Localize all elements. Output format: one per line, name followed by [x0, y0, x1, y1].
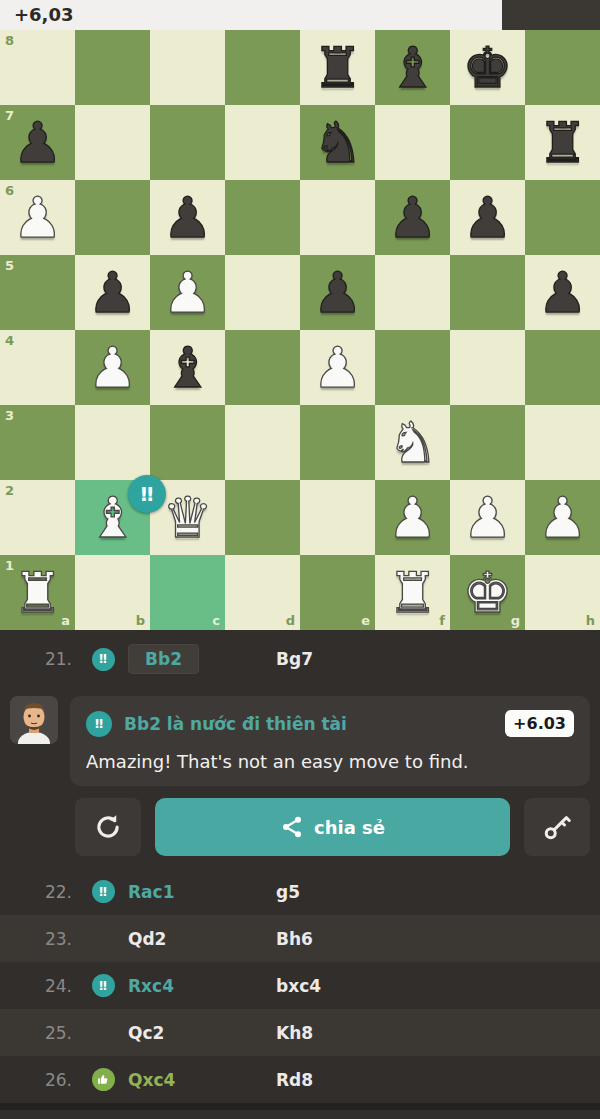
- selected-move-box[interactable]: Bb2: [128, 644, 199, 674]
- evaluation-bar: +6,03: [0, 0, 600, 30]
- chess-board[interactable]: 8♜♝♚7♟♞♜6♟♟♟♟5♟♟♟♟4♟♝♟3♞2♝‼♛♟♟♟1a♜bcdef♜…: [0, 30, 600, 630]
- move-list: 22.‼Rac1g523.Qd2Bh624.‼Rxc4bxc425.Qc2Kh8…: [0, 868, 600, 1103]
- square-a7[interactable]: 7♟: [0, 105, 75, 180]
- file-label-a: a: [61, 613, 70, 628]
- white-pawn-b4[interactable]: ♟: [75, 330, 150, 405]
- black-bishop-f8[interactable]: ♝: [375, 30, 450, 105]
- square-f8[interactable]: ♝: [375, 30, 450, 105]
- key-button[interactable]: [524, 798, 590, 856]
- white-move-Rxc4[interactable]: Rxc4: [128, 976, 276, 996]
- square-g3[interactable]: [450, 405, 525, 480]
- black-bishop-c4[interactable]: ♝: [150, 330, 225, 405]
- file-label-b: b: [136, 613, 145, 628]
- rank-label-2: 2: [5, 483, 14, 498]
- square-d4[interactable]: [225, 330, 300, 405]
- evaluation-badge: +6.03: [505, 710, 574, 737]
- black-move-Bg7[interactable]: Bg7: [276, 649, 313, 669]
- good-move-icon: [92, 1068, 115, 1091]
- square-h7[interactable]: ♜: [525, 105, 600, 180]
- square-c7[interactable]: [150, 105, 225, 180]
- square-f1[interactable]: f♜: [375, 555, 450, 630]
- square-a3[interactable]: 3: [0, 405, 75, 480]
- file-label-c: c: [212, 613, 220, 628]
- black-pawn-c6[interactable]: ♟: [150, 180, 225, 255]
- square-c3[interactable]: [150, 405, 225, 480]
- move-badge-slot: ‼: [80, 974, 126, 997]
- square-a6[interactable]: 6♟: [0, 180, 75, 255]
- black-pawn-b5[interactable]: ♟: [75, 255, 150, 330]
- file-label-h: h: [586, 613, 595, 628]
- black-move-Kh8[interactable]: Kh8: [276, 1023, 313, 1043]
- square-h3[interactable]: [525, 405, 600, 480]
- comment-title: Bb2 là nước đi thiên tài: [124, 714, 505, 734]
- square-b5[interactable]: ♟: [75, 255, 150, 330]
- square-h4[interactable]: [525, 330, 600, 405]
- coach-avatar: [10, 696, 58, 744]
- square-f2[interactable]: ♟: [375, 480, 450, 555]
- current-move-row: 21.‼Bb2Bg7: [0, 630, 600, 688]
- black-rook-e8[interactable]: ♜: [300, 30, 375, 105]
- move-row-23: 23.Qd2Bh6: [0, 915, 600, 962]
- square-h6[interactable]: [525, 180, 600, 255]
- rank-label-3: 3: [5, 408, 14, 423]
- black-pawn-f6[interactable]: ♟: [375, 180, 450, 255]
- rank-label-4: 4: [5, 333, 14, 348]
- file-label-d: d: [286, 613, 295, 628]
- white-move-Qd2[interactable]: Qd2: [128, 929, 276, 949]
- brilliant-icon: ‼: [92, 880, 115, 903]
- rank-label-5: 5: [5, 258, 14, 273]
- square-c1[interactable]: c: [150, 555, 225, 630]
- move-number: 24.: [0, 976, 72, 996]
- file-label-e: e: [361, 613, 370, 628]
- square-a1[interactable]: 1a♜: [0, 555, 75, 630]
- square-d6[interactable]: [225, 180, 300, 255]
- square-d5[interactable]: [225, 255, 300, 330]
- square-d8[interactable]: [225, 30, 300, 105]
- square-g7[interactable]: [450, 105, 525, 180]
- coach-avatar-image: [10, 696, 58, 744]
- rank-label-6: 6: [5, 183, 14, 198]
- brilliant-icon: ‼: [92, 648, 115, 671]
- retry-button[interactable]: [75, 798, 141, 856]
- square-c8[interactable]: [150, 30, 225, 105]
- square-b6[interactable]: [75, 180, 150, 255]
- white-move-Bb2[interactable]: Bb2: [128, 644, 276, 674]
- square-h5[interactable]: ♟: [525, 255, 600, 330]
- refresh-icon: [93, 812, 123, 842]
- square-g1[interactable]: g♚: [450, 555, 525, 630]
- square-h2[interactable]: ♟: [525, 480, 600, 555]
- move-badge-slot: ‼: [80, 880, 126, 903]
- share-icon: [280, 815, 304, 839]
- square-e1[interactable]: e: [300, 555, 375, 630]
- black-move-Rd8[interactable]: Rd8: [276, 1070, 313, 1090]
- key-icon: [542, 812, 572, 842]
- white-move-Qxc4[interactable]: Qxc4: [128, 1070, 276, 1090]
- file-label-f: f: [439, 613, 445, 628]
- square-f3[interactable]: ♞: [375, 405, 450, 480]
- move-number: 26.: [0, 1070, 72, 1090]
- square-f5[interactable]: [375, 255, 450, 330]
- square-d2[interactable]: [225, 480, 300, 555]
- black-pawn-g6[interactable]: ♟: [450, 180, 525, 255]
- square-e7[interactable]: ♞: [300, 105, 375, 180]
- white-pawn-g2[interactable]: ♟: [450, 480, 525, 555]
- move-row-24: 24.‼Rxc4bxc4: [0, 962, 600, 1009]
- square-c4[interactable]: ♝: [150, 330, 225, 405]
- move-row-25: 25.Qc2Kh8: [0, 1009, 600, 1056]
- square-e3[interactable]: [300, 405, 375, 480]
- brilliant-icon: ‼: [86, 711, 112, 737]
- black-pawn-e5[interactable]: ♟: [300, 255, 375, 330]
- square-e2[interactable]: [300, 480, 375, 555]
- white-move-Rac1[interactable]: Rac1: [128, 882, 276, 902]
- thumbs-up-icon: [97, 1073, 110, 1086]
- square-h1[interactable]: h: [525, 555, 600, 630]
- black-knight-e7[interactable]: ♞: [300, 105, 375, 180]
- brilliant-icon: ‼: [128, 475, 166, 513]
- move-number: 25.: [0, 1023, 72, 1043]
- square-b2[interactable]: ♝‼: [75, 480, 150, 555]
- square-e8[interactable]: ♜: [300, 30, 375, 105]
- evaluation-bar-black-part: [502, 0, 600, 30]
- share-button-label: chia sẻ: [314, 817, 385, 838]
- black-rook-h7[interactable]: ♜: [525, 105, 600, 180]
- square-g5[interactable]: [450, 255, 525, 330]
- square-f6[interactable]: ♟: [375, 180, 450, 255]
- square-e5[interactable]: ♟: [300, 255, 375, 330]
- move-number: 22.: [0, 882, 72, 902]
- actions-row: chia sẻ: [75, 798, 590, 856]
- black-pawn-h5[interactable]: ♟: [525, 255, 600, 330]
- comment-body: Amazing! That's not an easy move to find…: [86, 751, 574, 772]
- square-a4[interactable]: 4: [0, 330, 75, 405]
- square-g4[interactable]: [450, 330, 525, 405]
- coach-comment-section: ‼ Bb2 là nước đi thiên tài +6.03 Amazing…: [0, 688, 600, 786]
- white-pawn-f2[interactable]: ♟: [375, 480, 450, 555]
- square-b1[interactable]: b: [75, 555, 150, 630]
- square-a5[interactable]: 5: [0, 255, 75, 330]
- share-button[interactable]: chia sẻ: [155, 798, 510, 856]
- white-pawn-e4[interactable]: ♟: [300, 330, 375, 405]
- move-badge-slot: ‼: [80, 648, 126, 671]
- rank-label-7: 7: [5, 108, 14, 123]
- square-e4[interactable]: ♟: [300, 330, 375, 405]
- square-b4[interactable]: ♟: [75, 330, 150, 405]
- square-b3[interactable]: [75, 405, 150, 480]
- move-number: 21.: [0, 649, 72, 669]
- move-row-21: 21.‼Bb2Bg7: [0, 630, 600, 688]
- black-move-g5[interactable]: g5: [276, 882, 300, 902]
- white-move-Qc2[interactable]: Qc2: [128, 1023, 276, 1043]
- white-knight-f3[interactable]: ♞: [375, 405, 450, 480]
- square-d1[interactable]: d: [225, 555, 300, 630]
- move-badge-slot: [80, 1068, 126, 1091]
- rank-label-1: 1: [5, 558, 14, 573]
- move-row-26: 26.Qxc4Rd8: [0, 1056, 600, 1103]
- white-pawn-c5[interactable]: ♟: [150, 255, 225, 330]
- black-move-bxc4[interactable]: bxc4: [276, 976, 321, 996]
- square-g8[interactable]: ♚: [450, 30, 525, 105]
- brilliant-icon: ‼: [92, 974, 115, 997]
- footer-strip: [0, 1103, 600, 1110]
- black-move-Bh6[interactable]: Bh6: [276, 929, 313, 949]
- square-c5[interactable]: ♟: [150, 255, 225, 330]
- square-f7[interactable]: [375, 105, 450, 180]
- evaluation-score: +6,03: [0, 0, 502, 30]
- square-d7[interactable]: [225, 105, 300, 180]
- square-d3[interactable]: [225, 405, 300, 480]
- file-label-g: g: [511, 613, 520, 628]
- square-g6[interactable]: ♟: [450, 180, 525, 255]
- square-e6[interactable]: [300, 180, 375, 255]
- white-pawn-h2[interactable]: ♟: [525, 480, 600, 555]
- square-a2[interactable]: 2: [0, 480, 75, 555]
- square-g2[interactable]: ♟: [450, 480, 525, 555]
- square-b8[interactable]: [75, 30, 150, 105]
- coach-comment-panel: ‼ Bb2 là nước đi thiên tài +6.03 Amazing…: [70, 696, 590, 786]
- square-h8[interactable]: [525, 30, 600, 105]
- rank-label-8: 8: [5, 33, 14, 48]
- square-b7[interactable]: [75, 105, 150, 180]
- move-number: 23.: [0, 929, 72, 949]
- square-c6[interactable]: ♟: [150, 180, 225, 255]
- black-king-g8[interactable]: ♚: [450, 30, 525, 105]
- square-a8[interactable]: 8: [0, 30, 75, 105]
- square-f4[interactable]: [375, 330, 450, 405]
- move-row-22: 22.‼Rac1g5: [0, 868, 600, 915]
